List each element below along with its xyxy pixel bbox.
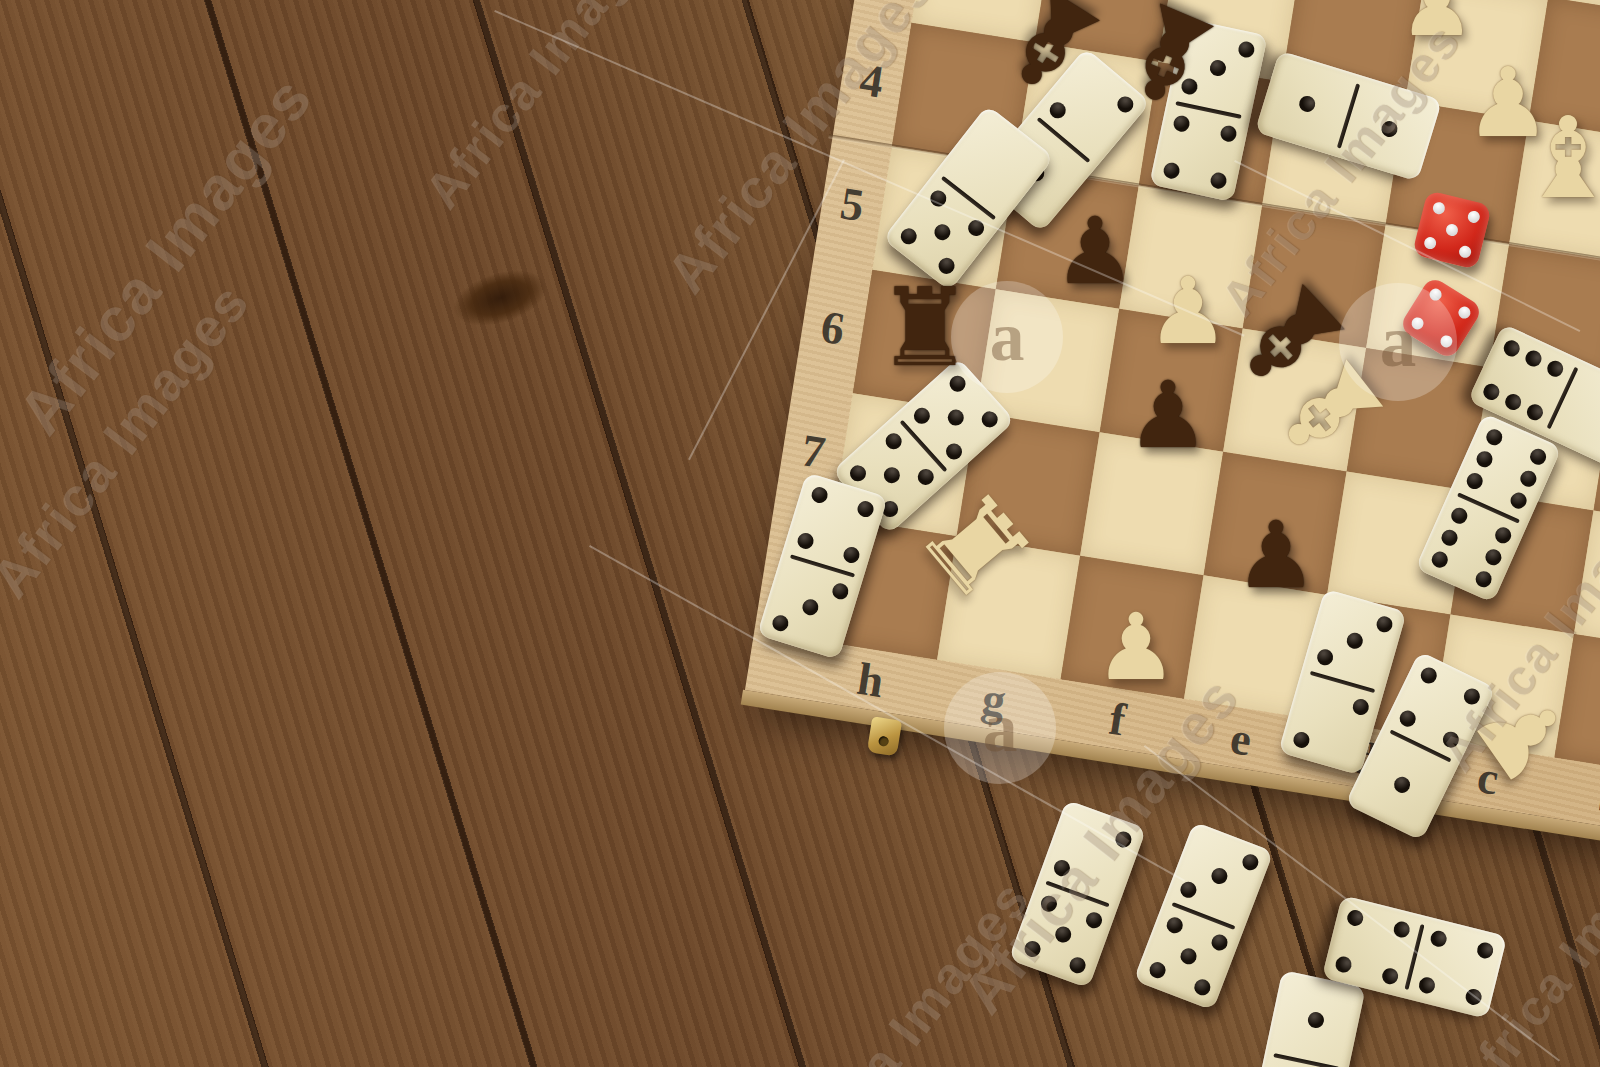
domino-pip [1501,337,1522,358]
domino-pip [1163,915,1184,936]
domino-pip [829,581,849,601]
domino-pip [926,187,948,209]
domino-pip [1460,686,1481,707]
domino-pip [1350,697,1370,717]
domino-2-5[interactable] [1008,800,1146,989]
watermark-text: Africa Images [4,63,326,448]
domino-pip [1239,852,1260,873]
domino-pip [1417,975,1436,994]
domino-pip [1544,358,1565,379]
die-pip [1410,315,1427,332]
domino-pip [1527,446,1548,467]
domino-pip [769,613,789,633]
domino-pip [978,408,1001,431]
file-label-g: g [963,669,1026,727]
wood-knot [447,260,553,336]
domino-3-5[interactable] [1133,821,1273,1010]
rank-label-6: 6 [799,296,866,357]
domino-pip [1051,858,1072,879]
domino-pip [1177,946,1198,967]
domino-pip [1463,470,1484,491]
die-pip [1458,244,1473,259]
domino-pip [1502,391,1523,412]
domino-pip [880,463,903,486]
domino-pip [1291,730,1311,750]
domino-pip [1112,829,1133,850]
die-pip [1427,287,1444,304]
die-pip [1432,201,1447,216]
die-pip [1445,223,1460,238]
domino-pip [1038,893,1059,914]
domino-pip [1390,774,1411,795]
chess-piece-dark-pawn[interactable]: ♟ [1054,206,1136,298]
domino-pip [1396,708,1417,729]
domino-pip [1379,119,1399,139]
domino-pip [1333,954,1352,973]
domino-pip [1448,505,1469,526]
domino-pip [1297,93,1317,113]
domino-pip [882,430,905,453]
domino-pip [1177,879,1198,900]
domino-pip [1191,977,1212,998]
file-label-e: e [1210,708,1273,766]
chess-piece-dark-pawn[interactable]: ♟ [1127,370,1209,462]
domino-pip [1236,40,1255,59]
domino-pip [1083,910,1104,931]
domino-pip [1482,546,1503,567]
domino-pip [1492,525,1513,546]
domino-divider [940,176,995,220]
domino-pip [1464,987,1483,1006]
domino-pip [942,440,965,463]
watermark-text: Africa Images [0,271,261,609]
domino-pip [1475,940,1494,959]
domino-divider [1546,367,1578,429]
brass-clasp [867,716,902,756]
domino-pip [1066,955,1087,976]
die-pip [1438,333,1455,350]
domino-pip [841,545,861,565]
domino-pip [795,531,815,551]
domino-pip [1218,124,1237,143]
domino-pip [1524,401,1545,422]
domino-pip [1517,468,1538,489]
domino-pip [1161,161,1180,180]
domino-divider [1309,671,1375,693]
domino-pip [1305,1010,1324,1029]
domino-pip [799,597,819,617]
domino-pip [1146,960,1167,981]
chess-piece-white-pawn[interactable]: ♟ [1399,0,1474,48]
domino-pip [1208,171,1227,190]
domino-pip [1345,908,1364,927]
die-pip [1423,236,1438,251]
domino-pip [1374,614,1394,634]
domino-pip [914,465,937,488]
domino-pip [1344,631,1364,651]
die-pip [1466,210,1481,225]
domino-pip [809,485,829,505]
domino-pip [1473,448,1494,469]
domino-pip [1472,568,1493,589]
domino-pip [1380,966,1399,985]
domino-pip [897,225,919,247]
file-label-b: b [1580,767,1600,825]
domino-pip [910,404,933,427]
domino-pip [1438,527,1459,548]
rank-label-5: 5 [819,173,886,234]
chess-piece-white-bishop[interactable]: ♝ [1518,102,1600,214]
chess-piece-dark-rook[interactable]: ♜ [877,274,974,382]
domino-pip [1428,549,1449,570]
domino-pip [1208,866,1229,887]
domino-pip [1314,647,1334,667]
domino-divider [1389,730,1451,763]
domino-divider [899,420,947,472]
domino-pip [1481,381,1502,402]
domino-pip [1392,919,1411,938]
chess-piece-white-pawn[interactable]: ♟ [1095,602,1177,694]
domino-pip [1021,938,1042,959]
domino-pip [1208,932,1229,953]
domino-divider [1336,83,1359,148]
file-label-h: h [839,649,902,707]
domino-pip [1523,347,1544,368]
domino-pip [846,462,869,485]
domino-pip [1052,924,1073,945]
domino-pip [964,217,986,239]
die-pip [1456,304,1473,321]
chess-piece-white-pawn[interactable]: ♟ [1147,266,1229,358]
domino-divider [1273,1053,1339,1067]
domino-pip [855,499,875,519]
chess-piece-dark-pawn[interactable]: ♟ [1235,510,1317,602]
rank-label-4: 4 [838,49,905,110]
domino-pip [930,221,952,243]
watermark-text: Africa Images [768,869,1041,1067]
domino-pip [1429,929,1448,948]
domino-1-3[interactable] [1247,970,1365,1067]
domino-pip [944,406,967,429]
domino-pip [1507,490,1528,511]
domino-pip [1417,665,1438,686]
domino-pip [1483,426,1504,447]
watermark-text: Africa Images [413,0,677,219]
photo-stage: 12345678 hgfedcba ♝♝♟♜♝♟♟♟♝♟♝♜♟♟♟ aaaAfr… [0,0,1600,1067]
